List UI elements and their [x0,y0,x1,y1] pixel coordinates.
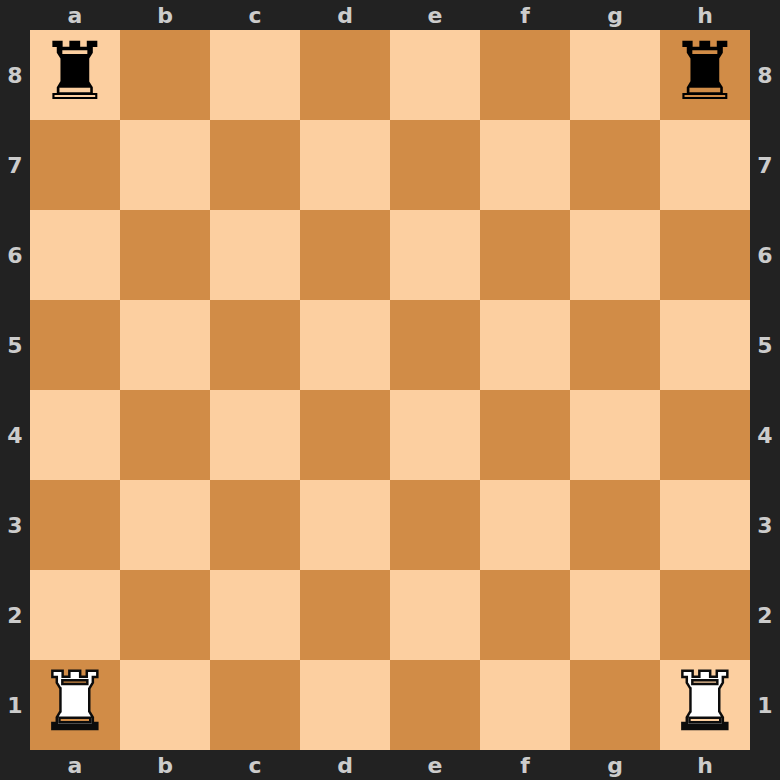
square-b1[interactable] [120,660,210,750]
square-e2[interactable] [390,570,480,660]
square-c3[interactable] [210,480,300,570]
square-b4[interactable] [120,390,210,480]
square-g7[interactable] [570,120,660,210]
square-g2[interactable] [570,570,660,660]
file-labels-bottom: abcdefgh [30,750,750,780]
square-e7[interactable] [390,120,480,210]
square-h2[interactable] [660,570,750,660]
square-d5[interactable] [300,300,390,390]
piece-white-rook[interactable]: ♜ [39,662,111,742]
square-f4[interactable] [480,390,570,480]
file-label-bottom-h: h [660,750,750,780]
square-h7[interactable] [660,120,750,210]
square-d2[interactable] [300,570,390,660]
square-e5[interactable] [390,300,480,390]
square-f8[interactable] [480,30,570,120]
rank-label-left-1: 1 [0,660,30,750]
square-d4[interactable] [300,390,390,480]
square-h3[interactable] [660,480,750,570]
file-label-top-c: c [210,0,300,30]
rank-label-right-2: 2 [750,570,780,660]
square-e6[interactable] [390,210,480,300]
square-e1[interactable] [390,660,480,750]
square-f3[interactable] [480,480,570,570]
rank-label-left-5: 5 [0,300,30,390]
rank-label-left-7: 7 [0,120,30,210]
file-label-bottom-d: d [300,750,390,780]
square-b6[interactable] [120,210,210,300]
square-c4[interactable] [210,390,300,480]
file-label-top-f: f [480,0,570,30]
rank-label-left-4: 4 [0,390,30,480]
file-label-bottom-b: b [120,750,210,780]
square-g3[interactable] [570,480,660,570]
square-d3[interactable] [300,480,390,570]
rank-label-left-6: 6 [0,210,30,300]
square-f6[interactable] [480,210,570,300]
square-a8[interactable]: ♜ [30,30,120,120]
square-g5[interactable] [570,300,660,390]
chess-board: ♜♜♜♜ [30,30,750,750]
square-d7[interactable] [300,120,390,210]
file-label-bottom-a: a [30,750,120,780]
file-label-top-b: b [120,0,210,30]
square-a1[interactable]: ♜ [30,660,120,750]
file-label-top-d: d [300,0,390,30]
square-h5[interactable] [660,300,750,390]
file-label-bottom-e: e [390,750,480,780]
square-a2[interactable] [30,570,120,660]
rank-label-right-5: 5 [750,300,780,390]
square-g4[interactable] [570,390,660,480]
rank-labels-right: 87654321 [750,30,780,750]
square-h6[interactable] [660,210,750,300]
square-c6[interactable] [210,210,300,300]
square-h4[interactable] [660,390,750,480]
square-b3[interactable] [120,480,210,570]
rank-label-left-3: 3 [0,480,30,570]
square-b7[interactable] [120,120,210,210]
file-label-bottom-c: c [210,750,300,780]
square-c7[interactable] [210,120,300,210]
square-a7[interactable] [30,120,120,210]
file-label-top-g: g [570,0,660,30]
piece-black-rook[interactable]: ♜ [39,32,111,112]
rank-labels-left: 87654321 [0,30,30,750]
square-d8[interactable] [300,30,390,120]
rank-label-right-6: 6 [750,210,780,300]
square-a3[interactable] [30,480,120,570]
rank-label-right-8: 8 [750,30,780,120]
square-g6[interactable] [570,210,660,300]
square-c8[interactable] [210,30,300,120]
rank-label-right-1: 1 [750,660,780,750]
square-f5[interactable] [480,300,570,390]
square-h8[interactable]: ♜ [660,30,750,120]
square-h1[interactable]: ♜ [660,660,750,750]
square-b8[interactable] [120,30,210,120]
square-c1[interactable] [210,660,300,750]
square-a4[interactable] [30,390,120,480]
square-a5[interactable] [30,300,120,390]
piece-white-rook[interactable]: ♜ [669,662,741,742]
square-e8[interactable] [390,30,480,120]
square-g1[interactable] [570,660,660,750]
piece-black-rook[interactable]: ♜ [669,32,741,112]
rank-label-right-7: 7 [750,120,780,210]
chess-board-frame: abcdefgh abcdefgh 87654321 87654321 ♜♜♜♜ [0,0,780,780]
square-e4[interactable] [390,390,480,480]
square-a6[interactable] [30,210,120,300]
rank-label-left-2: 2 [0,570,30,660]
square-f1[interactable] [480,660,570,750]
square-b2[interactable] [120,570,210,660]
file-labels-top: abcdefgh [30,0,750,30]
square-d1[interactable] [300,660,390,750]
file-label-top-e: e [390,0,480,30]
square-f7[interactable] [480,120,570,210]
rank-label-right-3: 3 [750,480,780,570]
square-f2[interactable] [480,570,570,660]
rank-label-left-8: 8 [0,30,30,120]
square-e3[interactable] [390,480,480,570]
square-c5[interactable] [210,300,300,390]
square-d6[interactable] [300,210,390,300]
file-label-bottom-f: f [480,750,570,780]
square-b5[interactable] [120,300,210,390]
square-c2[interactable] [210,570,300,660]
square-g8[interactable] [570,30,660,120]
file-label-bottom-g: g [570,750,660,780]
rank-label-right-4: 4 [750,390,780,480]
